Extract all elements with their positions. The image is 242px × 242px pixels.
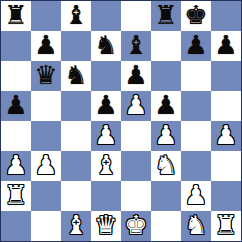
square-g7[interactable]: ♟: [181, 31, 211, 61]
square-f5[interactable]: ♟: [151, 91, 181, 121]
square-h1[interactable]: ♜: [211, 211, 241, 241]
square-a7[interactable]: [1, 31, 31, 61]
black-pawn[interactable]: ♟: [124, 62, 147, 88]
square-b4[interactable]: [31, 121, 61, 151]
square-h3[interactable]: [211, 151, 241, 181]
black-queen[interactable]: ♛: [34, 62, 57, 88]
square-b7[interactable]: ♟: [31, 31, 61, 61]
square-d1[interactable]: ♛: [91, 211, 121, 241]
square-h7[interactable]: ♟: [211, 31, 241, 61]
square-f2[interactable]: [151, 181, 181, 211]
square-c8[interactable]: ♝: [61, 1, 91, 31]
black-bishop[interactable]: ♝: [64, 2, 87, 28]
square-a2[interactable]: ♜: [1, 181, 31, 211]
square-h4[interactable]: ♟: [211, 121, 241, 151]
square-e2[interactable]: [121, 181, 151, 211]
white-rook[interactable]: ♜: [214, 212, 237, 238]
square-d2[interactable]: [91, 181, 121, 211]
square-b3[interactable]: ♟: [31, 151, 61, 181]
black-rook[interactable]: ♜: [154, 2, 177, 28]
black-knight[interactable]: ♞: [64, 62, 87, 88]
square-a5[interactable]: ♟: [1, 91, 31, 121]
white-king[interactable]: ♚: [124, 212, 147, 238]
square-a4[interactable]: [1, 121, 31, 151]
black-pawn[interactable]: ♟: [184, 32, 207, 58]
square-e3[interactable]: [121, 151, 151, 181]
white-pawn[interactable]: ♟: [154, 122, 177, 148]
square-h2[interactable]: [211, 181, 241, 211]
square-c7[interactable]: [61, 31, 91, 61]
square-g4[interactable]: [181, 121, 211, 151]
white-queen[interactable]: ♛: [94, 212, 117, 238]
black-king[interactable]: ♚: [184, 2, 207, 28]
black-pawn[interactable]: ♟: [34, 32, 57, 58]
square-d3[interactable]: ♝: [91, 151, 121, 181]
white-pawn[interactable]: ♟: [94, 122, 117, 148]
black-pawn[interactable]: ♟: [214, 32, 237, 58]
black-rook[interactable]: ♜: [4, 2, 27, 28]
square-f7[interactable]: [151, 31, 181, 61]
square-b6[interactable]: ♛: [31, 61, 61, 91]
square-d6[interactable]: [91, 61, 121, 91]
square-g8[interactable]: ♚: [181, 1, 211, 31]
white-pawn[interactable]: ♟: [214, 122, 237, 148]
square-c6[interactable]: ♞: [61, 61, 91, 91]
white-rook[interactable]: ♜: [4, 182, 27, 208]
black-pawn[interactable]: ♟: [4, 92, 27, 118]
white-knight[interactable]: ♞: [184, 212, 207, 238]
square-e5[interactable]: ♟: [121, 91, 151, 121]
black-pawn[interactable]: ♟: [154, 92, 177, 118]
square-e7[interactable]: ♝: [121, 31, 151, 61]
square-h5[interactable]: [211, 91, 241, 121]
square-c3[interactable]: [61, 151, 91, 181]
white-bishop[interactable]: ♝: [64, 212, 87, 238]
square-h6[interactable]: [211, 61, 241, 91]
square-e4[interactable]: [121, 121, 151, 151]
chess-board: ♜♝♜♚♟♞♝♟♟♛♞♟♟♟♟♟♟♟♟♟♟♝♞♜♟♝♛♚♞♜: [0, 0, 242, 242]
square-e6[interactable]: ♟: [121, 61, 151, 91]
black-knight[interactable]: ♞: [94, 32, 117, 58]
square-b2[interactable]: [31, 181, 61, 211]
square-d5[interactable]: ♟: [91, 91, 121, 121]
square-c1[interactable]: ♝: [61, 211, 91, 241]
black-bishop[interactable]: ♝: [124, 32, 147, 58]
square-f6[interactable]: [151, 61, 181, 91]
white-pawn[interactable]: ♟: [4, 152, 27, 178]
square-d4[interactable]: ♟: [91, 121, 121, 151]
square-g3[interactable]: [181, 151, 211, 181]
square-a1[interactable]: [1, 211, 31, 241]
square-d8[interactable]: [91, 1, 121, 31]
square-g5[interactable]: [181, 91, 211, 121]
white-pawn[interactable]: ♟: [34, 152, 57, 178]
square-g6[interactable]: [181, 61, 211, 91]
square-a3[interactable]: ♟: [1, 151, 31, 181]
square-c4[interactable]: [61, 121, 91, 151]
square-h8[interactable]: [211, 1, 241, 31]
white-pawn[interactable]: ♟: [184, 182, 207, 208]
square-f1[interactable]: [151, 211, 181, 241]
square-a6[interactable]: [1, 61, 31, 91]
square-f3[interactable]: ♞: [151, 151, 181, 181]
square-a8[interactable]: ♜: [1, 1, 31, 31]
square-b8[interactable]: [31, 1, 61, 31]
square-c5[interactable]: [61, 91, 91, 121]
square-b5[interactable]: [31, 91, 61, 121]
white-bishop[interactable]: ♝: [94, 152, 117, 178]
square-b1[interactable]: [31, 211, 61, 241]
square-e8[interactable]: [121, 1, 151, 31]
white-knight[interactable]: ♞: [154, 152, 177, 178]
square-e1[interactable]: ♚: [121, 211, 151, 241]
square-g2[interactable]: ♟: [181, 181, 211, 211]
white-pawn[interactable]: ♟: [124, 92, 147, 118]
square-d7[interactable]: ♞: [91, 31, 121, 61]
square-f8[interactable]: ♜: [151, 1, 181, 31]
square-f4[interactable]: ♟: [151, 121, 181, 151]
black-pawn[interactable]: ♟: [94, 92, 117, 118]
square-c2[interactable]: [61, 181, 91, 211]
square-g1[interactable]: ♞: [181, 211, 211, 241]
